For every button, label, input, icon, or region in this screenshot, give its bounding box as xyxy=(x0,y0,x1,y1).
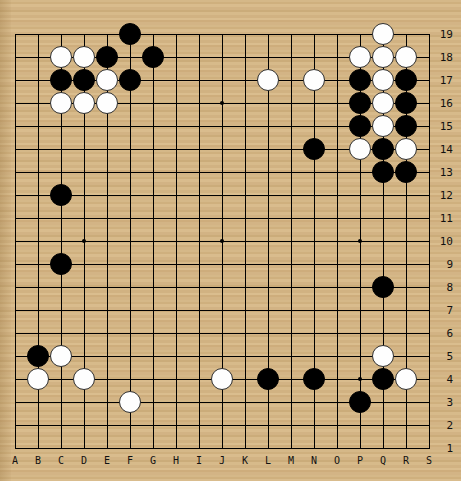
white-stone: ○ xyxy=(73,46,95,68)
black-stone-glyph: ● xyxy=(396,162,416,183)
white-stone-glyph: ○ xyxy=(373,24,393,45)
black-stone-glyph: ● xyxy=(396,70,416,91)
white-stone-glyph: ○ xyxy=(258,70,278,91)
column-labels: ABCDEFGHIJKLMNOPQRS xyxy=(4,453,441,469)
row-label-18: 18 xyxy=(433,46,454,69)
white-stone: ○ xyxy=(50,345,72,367)
white-stone-glyph: ○ xyxy=(28,369,48,390)
black-stone-glyph: ● xyxy=(74,70,94,91)
row-label-17: 17 xyxy=(433,69,454,92)
row-label-19: 19 xyxy=(433,23,454,46)
row-label-8: 8 xyxy=(433,276,454,299)
row-label-1: 1 xyxy=(433,437,454,460)
column-label-g: G xyxy=(142,453,165,469)
black-stone-glyph: ● xyxy=(373,277,393,298)
white-stone: ○ xyxy=(372,115,394,137)
column-label-d: D xyxy=(73,453,96,469)
black-stone: ● xyxy=(27,345,49,367)
row-label-3: 3 xyxy=(433,391,454,414)
black-stone-glyph: ● xyxy=(51,70,71,91)
white-stone: ○ xyxy=(73,92,95,114)
row-label-13: 13 xyxy=(433,161,454,184)
white-stone-glyph: ○ xyxy=(74,369,94,390)
column-label-e: E xyxy=(96,453,119,469)
column-label-r: R xyxy=(395,453,418,469)
black-stone-glyph: ● xyxy=(28,346,48,367)
row-labels: 19181716151413121110987654321 xyxy=(433,23,454,460)
black-stone-glyph: ● xyxy=(350,70,370,91)
black-stone: ● xyxy=(50,69,72,91)
black-stone: ● xyxy=(119,69,141,91)
row-label-16: 16 xyxy=(433,92,454,115)
black-stone: ● xyxy=(119,23,141,45)
white-stone-glyph: ○ xyxy=(373,346,393,367)
black-stone-glyph: ● xyxy=(51,254,71,275)
black-stone: ● xyxy=(50,184,72,206)
row-label-2: 2 xyxy=(433,414,454,437)
black-stone: ● xyxy=(303,368,325,390)
column-label-k: K xyxy=(234,453,257,469)
black-stone: ● xyxy=(395,115,417,137)
black-stone-glyph: ● xyxy=(304,369,324,390)
column-label-i: I xyxy=(188,453,211,469)
white-stone-glyph: ○ xyxy=(97,70,117,91)
black-stone-glyph: ● xyxy=(396,93,416,114)
black-stone-glyph: ● xyxy=(304,139,324,160)
white-stone: ○ xyxy=(50,92,72,114)
row-label-6: 6 xyxy=(433,322,454,345)
white-stone: ○ xyxy=(395,368,417,390)
black-stone: ● xyxy=(372,138,394,160)
black-stone: ● xyxy=(372,161,394,183)
white-stone: ○ xyxy=(372,69,394,91)
column-label-f: F xyxy=(119,453,142,469)
black-stone-glyph: ● xyxy=(350,392,370,413)
black-stone-glyph: ● xyxy=(373,369,393,390)
black-stone-glyph: ● xyxy=(373,139,393,160)
black-stone: ● xyxy=(349,92,371,114)
white-stone-glyph: ○ xyxy=(396,139,416,160)
black-stone-glyph: ● xyxy=(258,369,278,390)
white-stone: ○ xyxy=(395,138,417,160)
white-stone: ○ xyxy=(395,46,417,68)
black-stone-glyph: ● xyxy=(120,70,140,91)
column-label-l: L xyxy=(257,453,280,469)
white-stone-glyph: ○ xyxy=(51,346,71,367)
black-stone: ● xyxy=(395,69,417,91)
white-stone-glyph: ○ xyxy=(304,70,324,91)
black-stone: ● xyxy=(142,46,164,68)
column-label-c: C xyxy=(50,453,73,469)
white-stone-glyph: ○ xyxy=(350,47,370,68)
white-stone-glyph: ○ xyxy=(120,392,140,413)
column-label-n: N xyxy=(303,453,326,469)
column-label-p: P xyxy=(349,453,372,469)
black-stone-glyph: ● xyxy=(143,47,163,68)
column-label-j: J xyxy=(211,453,234,469)
row-label-4: 4 xyxy=(433,368,454,391)
black-stone: ● xyxy=(349,115,371,137)
white-stone-glyph: ○ xyxy=(373,47,393,68)
row-label-5: 5 xyxy=(433,345,454,368)
white-stone: ○ xyxy=(96,92,118,114)
black-stone-glyph: ● xyxy=(97,47,117,68)
white-stone: ○ xyxy=(372,46,394,68)
white-stone: ○ xyxy=(303,69,325,91)
column-label-b: B xyxy=(27,453,50,469)
white-stone-glyph: ○ xyxy=(373,70,393,91)
column-label-q: Q xyxy=(372,453,395,469)
white-stone: ○ xyxy=(349,138,371,160)
white-stone: ○ xyxy=(119,391,141,413)
white-stone-glyph: ○ xyxy=(51,47,71,68)
black-stone: ● xyxy=(372,368,394,390)
go-board[interactable]: ●○○○●●○○○●●○●○○●○●○○○●○●●○●●○●○●●●●●●○○○… xyxy=(4,23,441,460)
black-stone: ● xyxy=(395,161,417,183)
white-stone: ○ xyxy=(257,69,279,91)
white-stone-glyph: ○ xyxy=(74,47,94,68)
white-stone-glyph: ○ xyxy=(396,369,416,390)
white-stone-glyph: ○ xyxy=(74,93,94,114)
black-stone: ● xyxy=(50,253,72,275)
row-label-12: 12 xyxy=(433,184,454,207)
row-label-15: 15 xyxy=(433,115,454,138)
white-stone-glyph: ○ xyxy=(373,116,393,137)
white-stone-glyph: ○ xyxy=(350,139,370,160)
black-stone: ● xyxy=(395,92,417,114)
white-stone-glyph: ○ xyxy=(396,47,416,68)
black-stone-glyph: ● xyxy=(350,116,370,137)
white-stone: ○ xyxy=(27,368,49,390)
white-stone: ○ xyxy=(372,23,394,45)
white-stone: ○ xyxy=(349,46,371,68)
black-stone: ● xyxy=(372,276,394,298)
black-stone-glyph: ● xyxy=(373,162,393,183)
column-label-a: A xyxy=(4,453,27,469)
go-board-app: ●○○○●●○○○●●○●○○●○●○○○●○●●○●●○●○●●●●●●○○○… xyxy=(0,0,461,481)
white-stone-glyph: ○ xyxy=(51,93,71,114)
white-stone: ○ xyxy=(50,46,72,68)
white-stone: ○ xyxy=(73,368,95,390)
white-stone: ○ xyxy=(96,69,118,91)
black-stone-glyph: ● xyxy=(396,116,416,137)
white-stone: ○ xyxy=(372,345,394,367)
column-label-h: H xyxy=(165,453,188,469)
row-label-7: 7 xyxy=(433,299,454,322)
white-stone: ○ xyxy=(372,92,394,114)
black-stone: ● xyxy=(96,46,118,68)
column-label-o: O xyxy=(326,453,349,469)
row-label-14: 14 xyxy=(433,138,454,161)
white-stone-glyph: ○ xyxy=(212,369,232,390)
black-stone-glyph: ● xyxy=(350,93,370,114)
row-label-9: 9 xyxy=(433,253,454,276)
white-stone-glyph: ○ xyxy=(97,93,117,114)
black-stone: ● xyxy=(349,69,371,91)
black-stone-glyph: ● xyxy=(120,24,140,45)
black-stone: ● xyxy=(73,69,95,91)
row-label-11: 11 xyxy=(433,207,454,230)
white-stone: ○ xyxy=(211,368,233,390)
black-stone: ● xyxy=(257,368,279,390)
row-label-10: 10 xyxy=(433,230,454,253)
black-stone: ● xyxy=(303,138,325,160)
column-label-m: M xyxy=(280,453,303,469)
black-stone: ● xyxy=(349,391,371,413)
white-stone-glyph: ○ xyxy=(373,93,393,114)
black-stone-glyph: ● xyxy=(51,185,71,206)
